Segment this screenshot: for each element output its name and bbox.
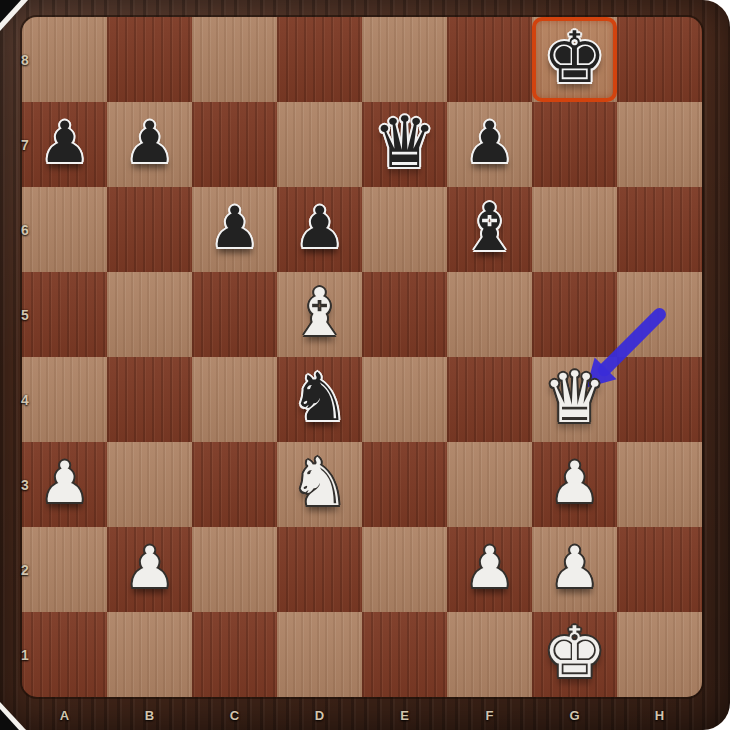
square-h3[interactable] [617, 442, 702, 527]
square-h6[interactable] [617, 187, 702, 272]
square-g6[interactable] [532, 187, 617, 272]
square-f3[interactable] [447, 442, 532, 527]
file-label-g: G [532, 700, 617, 730]
square-d7[interactable] [277, 102, 362, 187]
square-b8[interactable] [107, 17, 192, 102]
file-label-h: H [617, 700, 702, 730]
square-h7[interactable] [617, 102, 702, 187]
square-f4[interactable] [447, 357, 532, 442]
rank-label-4: 4 [12, 357, 38, 442]
piece-white-pawn-b2[interactable]: ♟ [107, 525, 192, 610]
square-d2[interactable] [277, 527, 362, 612]
square-h1[interactable] [617, 612, 702, 697]
chess-board-screenshot: 87654321 ABCDEFGH ♚♟♟♛♟♟♟♝♝♞♛♟♞♟♟♟♟♚ [0, 0, 730, 730]
square-b1[interactable] [107, 612, 192, 697]
piece-black-knight-d4[interactable]: ♞ [277, 355, 362, 440]
square-e5[interactable] [362, 272, 447, 357]
piece-white-knight-d3[interactable]: ♞ [277, 440, 362, 525]
piece-black-king-g8[interactable]: ♚ [532, 15, 617, 100]
square-g5[interactable] [532, 272, 617, 357]
square-h5[interactable] [617, 272, 702, 357]
piece-white-pawn-f2[interactable]: ♟ [447, 525, 532, 610]
rank-label-5: 5 [12, 272, 38, 357]
square-b4[interactable] [107, 357, 192, 442]
piece-black-pawn-c6[interactable]: ♟ [192, 185, 277, 270]
piece-white-pawn-a3[interactable]: ♟ [22, 440, 107, 525]
square-c8[interactable] [192, 17, 277, 102]
square-c5[interactable] [192, 272, 277, 357]
square-e3[interactable] [362, 442, 447, 527]
piece-white-pawn-g3[interactable]: ♟ [532, 440, 617, 525]
file-labels: ABCDEFGH [22, 700, 702, 730]
piece-black-pawn-b7[interactable]: ♟ [107, 100, 192, 185]
square-h2[interactable] [617, 527, 702, 612]
square-f5[interactable] [447, 272, 532, 357]
square-d1[interactable] [277, 612, 362, 697]
square-c4[interactable] [192, 357, 277, 442]
piece-black-pawn-d6[interactable]: ♟ [277, 185, 362, 270]
rank-label-8: 8 [12, 17, 38, 102]
square-e1[interactable] [362, 612, 447, 697]
piece-black-bishop-f6[interactable]: ♝ [447, 185, 532, 270]
square-c3[interactable] [192, 442, 277, 527]
file-label-c: C [192, 700, 277, 730]
piece-white-bishop-d5[interactable]: ♝ [277, 270, 362, 355]
piece-white-queen-g4[interactable]: ♛ [532, 355, 617, 440]
file-label-e: E [362, 700, 447, 730]
square-g7[interactable] [532, 102, 617, 187]
square-b6[interactable] [107, 187, 192, 272]
piece-white-pawn-g2[interactable]: ♟ [532, 525, 617, 610]
square-e2[interactable] [362, 527, 447, 612]
square-e4[interactable] [362, 357, 447, 442]
square-f1[interactable] [447, 612, 532, 697]
piece-white-king-g1[interactable]: ♚ [532, 610, 617, 695]
square-c1[interactable] [192, 612, 277, 697]
square-b3[interactable] [107, 442, 192, 527]
piece-black-pawn-f7[interactable]: ♟ [447, 100, 532, 185]
square-d8[interactable] [277, 17, 362, 102]
file-label-d: D [277, 700, 362, 730]
square-c2[interactable] [192, 527, 277, 612]
file-label-a: A [22, 700, 107, 730]
square-c7[interactable] [192, 102, 277, 187]
rank-label-6: 6 [12, 187, 38, 272]
file-label-b: B [107, 700, 192, 730]
square-h8[interactable] [617, 17, 702, 102]
piece-black-queen-e7[interactable]: ♛ [362, 100, 447, 185]
file-label-f: F [447, 700, 532, 730]
rank-label-1: 1 [12, 612, 38, 697]
square-f8[interactable] [447, 17, 532, 102]
square-e8[interactable] [362, 17, 447, 102]
square-e6[interactable] [362, 187, 447, 272]
square-h4[interactable] [617, 357, 702, 442]
piece-black-pawn-a7[interactable]: ♟ [22, 100, 107, 185]
rank-label-2: 2 [12, 527, 38, 612]
square-b5[interactable] [107, 272, 192, 357]
